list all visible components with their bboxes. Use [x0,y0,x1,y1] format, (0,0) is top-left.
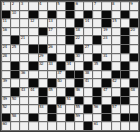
white-cell-r3c8[interactable]: 18 [75,28,83,36]
black-cell-r2c8 [75,19,83,27]
clue-number: 14 [85,19,89,23]
white-cell-r0c9[interactable] [84,2,92,10]
clue-number: 43 [21,88,25,92]
black-cell-r11c6 [57,97,65,105]
white-cell-r8c2[interactable]: 36 [20,71,28,79]
white-cell-r5c12[interactable] [112,45,120,53]
clue-number: 9 [130,2,132,6]
white-cell-r5c2[interactable] [20,45,28,53]
white-cell-r5c10[interactable] [93,45,101,53]
clue-number: 5 [57,2,59,6]
white-cell-r10c11[interactable]: 47 [102,88,110,96]
black-cell-r7c9 [84,62,92,70]
white-cell-r14c2[interactable] [20,122,28,130]
clue-number: 7 [94,2,96,6]
black-cell-r13c5 [48,114,56,122]
black-cell-r5c13 [121,45,129,53]
black-cell-r10c1 [11,88,19,96]
black-cell-r5c3 [29,45,37,53]
white-cell-r13c9[interactable] [84,114,92,122]
white-cell-r3c3[interactable] [29,28,37,36]
white-cell-r12c8[interactable]: 55 [75,105,83,113]
white-cell-r4c5[interactable] [48,36,56,44]
white-cell-r7c2[interactable] [20,62,28,70]
white-cell-r14c5[interactable] [48,122,56,130]
clue-number: 47 [103,88,107,92]
white-cell-r9c2[interactable] [20,79,28,87]
clue-number: 23 [103,36,107,40]
white-cell-r7c5[interactable]: 33 [48,62,56,70]
white-cell-r8c5[interactable] [48,71,56,79]
black-cell-r1c11 [102,11,110,19]
black-cell-r9c14 [130,79,138,87]
black-cell-r11c13 [121,97,129,105]
white-cell-r7c8[interactable] [75,62,83,70]
white-cell-r11c11[interactable] [102,97,110,105]
white-cell-r14c1[interactable] [11,122,19,130]
black-cell-r13c0 [2,114,10,122]
black-cell-r11c12 [112,97,120,105]
white-cell-r12c3[interactable] [29,105,37,113]
white-cell-r2c7[interactable] [66,19,74,27]
clue-number: 59 [76,114,80,118]
white-cell-r14c11[interactable] [102,122,110,130]
clue-number: 25 [12,45,16,49]
black-cell-r7c13 [121,62,129,70]
white-cell-r11c1[interactable]: 50 [11,97,19,105]
white-cell-r3c9[interactable] [84,28,92,36]
white-cell-r4c2[interactable]: 21 [20,36,28,44]
white-cell-r0c6[interactable]: 5 [57,2,65,10]
black-cell-r8c1 [11,71,19,79]
white-cell-r7c7[interactable]: 34 [66,62,74,70]
white-cell-r8c10[interactable] [93,71,101,79]
clue-number: 32 [39,62,43,66]
black-cell-r9c8 [75,79,83,87]
white-cell-r4c4[interactable] [39,36,47,44]
clue-number: 39 [3,79,7,83]
white-cell-r13c12[interactable] [112,114,120,122]
clue-number: 31 [103,54,107,58]
black-cell-r8c8 [75,71,83,79]
white-cell-r8c0[interactable] [2,71,10,79]
white-cell-r12c13[interactable] [121,105,129,113]
white-cell-r14c7[interactable] [66,122,74,130]
white-cell-r0c0[interactable]: 1 [2,2,10,10]
black-cell-r9c5 [48,79,56,87]
clue-number: 21 [21,36,25,40]
clue-number: 42 [112,79,116,83]
white-cell-r9c7[interactable] [66,79,74,87]
clue-number: 40 [57,79,61,83]
white-cell-r6c9[interactable] [84,54,92,62]
white-cell-r11c9[interactable] [84,97,92,105]
white-cell-r12c7[interactable] [66,105,74,113]
white-cell-r1c1[interactable]: 10 [11,11,19,19]
white-cell-r10c6[interactable] [57,88,65,96]
white-cell-r0c13[interactable] [121,2,129,10]
black-cell-r2c14 [130,19,138,27]
white-cell-r10c14[interactable]: 48 [130,88,138,96]
black-cell-r10c10 [93,88,101,96]
white-cell-r0c8[interactable]: 6 [75,2,83,10]
black-cell-r6c7 [66,54,74,62]
clue-number: 38 [85,71,89,75]
white-cell-r14c0[interactable]: 60 [2,122,10,130]
clue-number: 54 [57,105,61,109]
white-cell-r9c0[interactable]: 39 [2,79,10,87]
white-cell-r7c12[interactable] [112,62,120,70]
clue-number: 26 [48,45,52,49]
white-cell-r1c6[interactable] [57,11,65,19]
clue-number: 15 [112,19,116,23]
white-cell-r11c7[interactable]: 51 [66,97,74,105]
clue-number: 51 [66,97,70,101]
black-cell-r10c13 [121,88,129,96]
clue-number: 16 [3,28,7,32]
white-cell-r1c2[interactable] [20,11,28,19]
white-cell-r6c3[interactable] [29,54,37,62]
white-cell-r14c13[interactable] [121,122,129,130]
white-cell-r2c5[interactable]: 13 [48,19,56,27]
clue-number: 2 [12,2,14,6]
white-cell-r4c6[interactable] [57,36,65,44]
white-cell-r4c11[interactable]: 23 [102,36,110,44]
clue-number: 58 [12,114,16,118]
clue-number: 19 [103,28,107,32]
clue-number: 28 [3,54,7,58]
white-cell-r13c1[interactable]: 58 [11,114,19,122]
black-cell-r6c14 [130,54,138,62]
white-cell-r5c7[interactable] [66,45,74,53]
black-cell-r8c12 [112,71,120,79]
black-cell-r8c13 [121,71,129,79]
black-cell-r7c11 [102,62,110,70]
black-cell-r1c5 [48,11,56,19]
white-cell-r0c5[interactable] [48,2,56,10]
white-cell-r9c13[interactable] [121,79,129,87]
white-cell-r2c6[interactable] [57,19,65,27]
white-cell-r14c12[interactable] [112,122,120,130]
black-cell-r12c11 [102,105,110,113]
black-cell-r7c6 [57,62,65,70]
black-cell-r1c3 [29,11,37,19]
white-cell-r8c9[interactable]: 38 [84,71,92,79]
clue-number: 53 [39,105,43,109]
white-cell-r6c4[interactable]: 29 [39,54,47,62]
clue-number: 20 [130,28,134,32]
white-cell-r12c4[interactable]: 53 [39,105,47,113]
black-cell-r14c9 [84,122,92,130]
white-cell-r9c1[interactable] [11,79,19,87]
white-cell-r2c13[interactable] [121,19,129,27]
white-cell-r10c12[interactable] [112,88,120,96]
white-cell-r3c5[interactable]: 17 [48,28,56,36]
white-cell-r6c11[interactable]: 31 [102,54,110,62]
white-cell-r2c0[interactable]: 11 [2,19,10,27]
clue-number: 56 [94,105,98,109]
white-cell-r10c2[interactable]: 43 [20,88,28,96]
clue-number: 61 [94,122,98,126]
white-cell-r13c10[interactable] [93,114,101,122]
white-cell-r3c10[interactable] [93,28,101,36]
black-cell-r1c7 [66,11,74,19]
black-cell-r7c3 [29,62,37,70]
clue-number: 33 [48,62,52,66]
white-cell-r6c2[interactable] [20,54,28,62]
white-cell-r0c14[interactable]: 9 [130,2,138,10]
white-cell-r5c9[interactable]: 27 [84,45,92,53]
white-cell-r6c8[interactable]: 30 [75,54,83,62]
white-cell-r9c4[interactable] [39,79,47,87]
white-cell-r2c12[interactable]: 15 [112,19,120,27]
clue-number: 12 [30,19,34,23]
white-cell-r11c2[interactable] [20,97,28,105]
white-cell-r14c8[interactable] [75,122,83,130]
black-cell-r12c9 [84,105,92,113]
white-cell-r10c9[interactable] [84,88,92,96]
black-cell-r7c1 [11,62,19,70]
clue-number: 55 [76,105,80,109]
white-cell-r14c3[interactable] [29,122,37,130]
black-cell-r1c0 [2,11,10,19]
black-cell-r4c13 [121,36,129,44]
white-cell-r3c2[interactable] [20,28,28,36]
white-cell-r1c4[interactable] [39,11,47,19]
white-cell-r8c14[interactable] [130,71,138,79]
black-cell-r4c10 [93,36,101,44]
white-cell-r13c8[interactable]: 59 [75,114,83,122]
white-cell-r10c3[interactable]: 44 [29,88,37,96]
clue-number: 13 [48,19,52,23]
clue-number: 3 [21,2,23,6]
white-cell-r4c9[interactable] [84,36,92,44]
white-cell-r9c12[interactable]: 42 [112,79,120,87]
white-cell-r12c10[interactable]: 56 [93,105,101,113]
clue-number: 45 [48,88,52,92]
white-cell-r14c4[interactable] [39,122,47,130]
white-cell-r14c6[interactable] [57,122,65,130]
white-cell-r12c6[interactable]: 54 [57,105,65,113]
white-cell-r11c14[interactable] [130,97,138,105]
white-cell-r6c1[interactable] [11,54,19,62]
white-cell-r13c6[interactable] [57,114,65,122]
white-cell-r4c0[interactable] [2,36,10,44]
white-cell-r6c6[interactable] [57,54,65,62]
white-cell-r10c5[interactable]: 45 [48,88,56,96]
white-cell-r11c3[interactable] [29,97,37,105]
black-cell-r0c7 [66,2,74,10]
clue-number: 22 [76,36,80,40]
white-cell-r8c3[interactable] [29,71,37,79]
white-cell-r2c9[interactable]: 14 [84,19,92,27]
white-cell-r0c3[interactable] [29,2,37,10]
black-cell-r13c7 [66,114,74,122]
white-cell-r12c0[interactable]: 52 [2,105,10,113]
black-cell-r5c8 [75,45,83,53]
white-cell-r3c11[interactable]: 19 [102,28,110,36]
clue-number: 41 [85,79,89,83]
white-cell-r14c10[interactable]: 61 [93,122,101,130]
white-cell-r3c1[interactable] [11,28,19,36]
clue-number: 30 [76,54,80,58]
clue-number: 27 [85,45,89,49]
crossword-grid: 1234567891011121314151617181920212223242… [0,0,140,132]
white-cell-r13c2[interactable] [20,114,28,122]
white-cell-r11c0[interactable]: 49 [2,97,10,105]
white-cell-r11c5[interactable] [48,97,56,105]
black-cell-r1c9 [84,11,92,19]
clue-number: 36 [21,71,25,75]
black-cell-r10c7 [66,88,74,96]
white-cell-r0c11[interactable] [102,2,110,10]
white-cell-r5c11[interactable] [102,45,110,53]
white-cell-r0c10[interactable]: 7 [93,2,101,10]
clue-number: 57 [112,105,116,109]
black-cell-r4c7 [66,36,74,44]
clue-number: 6 [76,2,78,6]
white-cell-r5c0[interactable]: 24 [2,45,10,53]
black-cell-r4c1 [11,36,19,44]
clue-number: 24 [3,45,7,49]
clue-number: 17 [48,28,52,32]
white-cell-r10c8[interactable]: 46 [75,88,83,96]
clue-number: 50 [12,97,16,101]
white-cell-r5c14[interactable] [130,45,138,53]
white-cell-r5c6[interactable] [57,45,65,53]
white-cell-r10c0[interactable] [2,88,10,96]
black-cell-r9c3 [29,79,37,87]
white-cell-r0c12[interactable]: 8 [112,2,120,10]
white-cell-r2c10[interactable] [93,19,101,27]
black-cell-r13c14 [130,114,138,122]
white-cell-r5c1[interactable]: 25 [11,45,19,53]
black-cell-r13c11 [102,114,110,122]
white-cell-r0c4[interactable]: 4 [39,2,47,10]
white-cell-r12c2[interactable] [20,105,28,113]
black-cell-r9c11 [102,79,110,87]
clue-number: 11 [3,19,7,23]
white-cell-r7c4[interactable]: 32 [39,62,47,70]
clue-number: 8 [112,2,114,6]
clue-number: 10 [12,11,16,15]
white-cell-r2c2[interactable] [20,19,28,27]
clue-number: 46 [76,88,80,92]
black-cell-r11c10 [93,97,101,105]
clue-number: 60 [3,122,7,126]
black-cell-r12c5 [48,105,56,113]
clue-number: 48 [130,88,134,92]
white-cell-r8c11[interactable] [102,71,110,79]
clue-number: 35 [94,62,98,66]
white-cell-r7c0[interactable] [2,62,10,70]
black-cell-r13c13 [121,114,129,122]
white-cell-r2c1[interactable] [11,19,19,27]
clue-number: 34 [66,62,70,66]
white-cell-r3c0[interactable]: 16 [2,28,10,36]
black-cell-r3c7 [66,28,74,36]
black-cell-r8c7 [66,71,74,79]
black-cell-r6c5 [48,54,56,62]
white-cell-r8c6[interactable]: 37 [57,71,65,79]
black-cell-r10c4 [39,88,47,96]
black-cell-r3c4 [39,28,47,36]
white-cell-r8c4[interactable] [39,71,47,79]
white-cell-r9c10[interactable] [93,79,101,87]
clue-number: 44 [30,88,34,92]
white-cell-r0c1[interactable]: 2 [11,2,19,10]
black-cell-r1c13 [121,11,129,19]
black-cell-r3c13 [121,28,129,36]
white-cell-r13c4[interactable] [39,114,47,122]
white-cell-r14c14[interactable] [130,122,138,130]
black-cell-r6c10 [93,54,101,62]
white-cell-r4c12[interactable] [112,36,120,44]
white-cell-r7c10[interactable]: 35 [93,62,101,70]
white-cell-r6c13[interactable] [121,54,129,62]
white-cell-r5c5[interactable]: 26 [48,45,56,53]
white-cell-r2c4[interactable] [39,19,47,27]
black-cell-r13c3 [29,114,37,122]
white-cell-r1c10[interactable] [93,11,101,19]
clue-number: 37 [57,71,61,75]
clue-number: 29 [39,54,43,58]
white-cell-r3c14[interactable]: 20 [130,28,138,36]
white-cell-r1c8[interactable] [75,11,83,19]
white-cell-r1c14[interactable] [130,11,138,19]
black-cell-r11c8 [75,97,83,105]
white-cell-r3c12[interactable] [112,28,120,36]
clue-number: 49 [3,97,7,101]
white-cell-r1c12[interactable] [112,11,120,19]
clue-number: 18 [76,28,80,32]
white-cell-r4c8[interactable]: 22 [75,36,83,44]
white-cell-r9c9[interactable]: 41 [84,79,92,87]
black-cell-r5c4 [39,45,47,53]
white-cell-r7c14[interactable] [130,62,138,70]
black-cell-r11c4 [39,97,47,105]
clue-number: 4 [39,2,41,6]
clue-number: 52 [3,105,7,109]
clue-number: 1 [3,2,5,6]
white-cell-r12c12[interactable]: 57 [112,105,120,113]
white-cell-r3c6[interactable] [57,28,65,36]
white-cell-r2c3[interactable]: 12 [29,19,37,27]
white-cell-r4c3[interactable] [29,36,37,44]
white-cell-r6c0[interactable]: 28 [2,54,10,62]
white-cell-r9c6[interactable]: 40 [57,79,65,87]
white-cell-r12c14[interactable] [130,105,138,113]
white-cell-r12c1[interactable] [11,105,19,113]
black-cell-r2c11 [102,19,110,27]
white-cell-r0c2[interactable]: 3 [20,2,28,10]
white-cell-r6c12[interactable] [112,54,120,62]
white-cell-r4c14[interactable] [130,36,138,44]
